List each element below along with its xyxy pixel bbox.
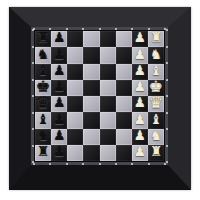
white-knight-piece: ♞ bbox=[150, 129, 162, 143]
grid-marker-dot bbox=[166, 46, 168, 48]
grid-marker-dot bbox=[99, 163, 101, 165]
grid-marker-dot bbox=[32, 79, 34, 81]
grid-marker-dot bbox=[115, 163, 117, 165]
grid-marker-dot bbox=[166, 79, 168, 81]
board-square-r8c2[interactable]: ♟ bbox=[51, 145, 67, 161]
white-bishop-piece: ♝ bbox=[150, 64, 162, 78]
grid-marker-dot bbox=[32, 46, 34, 48]
board-square-r8c7[interactable]: ♟ bbox=[132, 145, 148, 161]
board-square-r8c5[interactable] bbox=[100, 145, 116, 161]
white-pawn-piece: ♟ bbox=[134, 113, 146, 127]
board-square-r8c1[interactable]: ♜ bbox=[35, 145, 51, 161]
grid-marker-dot bbox=[99, 28, 101, 30]
board-square-r2c4[interactable] bbox=[83, 47, 99, 63]
grid-marker-dot bbox=[49, 163, 51, 165]
black-knight-piece: ♞ bbox=[37, 129, 49, 143]
board-square-r1c4[interactable] bbox=[83, 31, 99, 47]
board-square-r2c3[interactable] bbox=[67, 47, 83, 63]
grid-marker-dot bbox=[166, 95, 168, 97]
board-square-r1c6[interactable] bbox=[116, 31, 132, 47]
grid-marker-dot bbox=[166, 128, 168, 130]
grid-marker-dot bbox=[166, 112, 168, 114]
board-square-r5c5[interactable] bbox=[100, 96, 116, 112]
board-square-r7c4[interactable] bbox=[83, 129, 99, 145]
board-square-r7c3[interactable] bbox=[67, 129, 83, 145]
grid-marker-dot bbox=[166, 62, 168, 64]
grid-marker-dot bbox=[166, 161, 168, 163]
chess-board: ♜♟♟♜♞♟♟♞♝♟♟♝♚♟♟♚♛♟♟♛♝♟♟♝♞♟♟♞♜♟♟♜ bbox=[34, 30, 165, 162]
board-square-r3c3[interactable] bbox=[67, 64, 83, 80]
board-square-r1c5[interactable] bbox=[100, 31, 116, 47]
grid-marker-dot bbox=[148, 28, 150, 30]
board-square-r8c6[interactable] bbox=[116, 145, 132, 161]
board-square-r1c3[interactable] bbox=[67, 31, 83, 47]
black-knight-piece: ♞ bbox=[37, 48, 49, 62]
white-knight-piece: ♞ bbox=[150, 48, 162, 62]
black-pawn-piece: ♟ bbox=[53, 64, 65, 78]
white-pawn-piece: ♟ bbox=[134, 48, 146, 62]
board-frame: ♜♟♟♜♞♟♟♞♝♟♟♝♚♟♟♚♛♟♟♛♝♟♟♝♞♟♟♞♜♟♟♜ bbox=[9, 7, 191, 190]
board-square-r4c4[interactable] bbox=[83, 80, 99, 96]
white-rook-piece: ♜ bbox=[150, 31, 162, 45]
white-pawn-piece: ♟ bbox=[134, 145, 146, 159]
white-pawn-piece: ♟ bbox=[134, 31, 146, 45]
board-square-r3c6[interactable] bbox=[116, 64, 132, 80]
board-square-r3c4[interactable] bbox=[83, 64, 99, 80]
board-square-r8c3[interactable] bbox=[67, 145, 83, 161]
board-square-r2c6[interactable] bbox=[116, 47, 132, 63]
board-square-r4c3[interactable] bbox=[67, 80, 83, 96]
grid-marker-dot bbox=[82, 163, 84, 165]
black-pawn-piece: ♟ bbox=[53, 48, 65, 62]
grid-marker-dot bbox=[66, 28, 68, 30]
white-pawn-piece: ♟ bbox=[134, 96, 146, 110]
white-pawn-piece: ♟ bbox=[134, 80, 146, 94]
grid-marker-dot bbox=[115, 28, 117, 30]
black-rook-piece: ♜ bbox=[37, 145, 49, 159]
grid-marker-dot bbox=[166, 145, 168, 147]
grid-marker-dot bbox=[32, 161, 34, 163]
board-square-r8c8[interactable]: ♜ bbox=[148, 145, 164, 161]
black-pawn-piece: ♟ bbox=[53, 113, 65, 127]
grid-marker-dot bbox=[32, 29, 34, 31]
black-pawn-piece: ♟ bbox=[53, 80, 65, 94]
board-square-r2c5[interactable] bbox=[100, 47, 116, 63]
black-bishop-piece: ♝ bbox=[37, 113, 49, 127]
board-square-r6c5[interactable] bbox=[100, 112, 116, 128]
grid-marker-dot bbox=[131, 163, 133, 165]
grid-marker-dot bbox=[164, 28, 166, 30]
white-queen-piece: ♛ bbox=[149, 95, 163, 111]
board-square-r4c6[interactable] bbox=[116, 80, 132, 96]
board-square-r5c6[interactable] bbox=[116, 96, 132, 112]
black-bishop-piece: ♝ bbox=[37, 64, 49, 78]
chessboard-photo: ♜♟♟♜♞♟♟♞♝♟♟♝♚♟♟♚♛♟♟♛♝♟♟♝♞♟♟♞♜♟♟♜ bbox=[0, 0, 200, 200]
grid-marker-dot bbox=[66, 163, 68, 165]
white-pawn-piece: ♟ bbox=[134, 129, 146, 143]
grid-marker-dot bbox=[32, 62, 34, 64]
board-square-r8c4[interactable] bbox=[83, 145, 99, 161]
grid-marker-dot bbox=[32, 95, 34, 97]
sensor-rail: ♜♟♟♜♞♟♟♞♝♟♟♝♚♟♟♚♛♟♟♛♝♟♟♝♞♟♟♞♜♟♟♜ bbox=[31, 27, 168, 165]
grid-marker-dot bbox=[32, 128, 34, 130]
black-pawn-piece: ♟ bbox=[53, 129, 65, 143]
black-rook-piece: ♜ bbox=[37, 31, 49, 45]
board-square-r6c6[interactable] bbox=[116, 112, 132, 128]
board-square-r5c4[interactable] bbox=[83, 96, 99, 112]
white-pawn-piece: ♟ bbox=[134, 64, 146, 78]
board-square-r6c4[interactable] bbox=[83, 112, 99, 128]
board-square-r3c5[interactable] bbox=[100, 64, 116, 80]
board-square-r6c3[interactable] bbox=[67, 112, 83, 128]
grid-marker-dot bbox=[32, 145, 34, 147]
black-pawn-piece: ♟ bbox=[53, 96, 65, 110]
board-square-r4c5[interactable] bbox=[100, 80, 116, 96]
board-square-r7c6[interactable] bbox=[116, 129, 132, 145]
white-rook-piece: ♜ bbox=[150, 145, 162, 159]
grid-marker-dot bbox=[131, 28, 133, 30]
grid-marker-dot bbox=[32, 112, 34, 114]
black-pawn-piece: ♟ bbox=[53, 31, 65, 45]
board-square-r5c3[interactable] bbox=[67, 96, 83, 112]
white-bishop-piece: ♝ bbox=[150, 113, 162, 127]
grid-marker-dot bbox=[148, 163, 150, 165]
grid-marker-dot bbox=[82, 28, 84, 30]
black-queen-piece: ♛ bbox=[36, 95, 50, 111]
board-square-r7c5[interactable] bbox=[100, 129, 116, 145]
black-pawn-piece: ♟ bbox=[53, 145, 65, 159]
